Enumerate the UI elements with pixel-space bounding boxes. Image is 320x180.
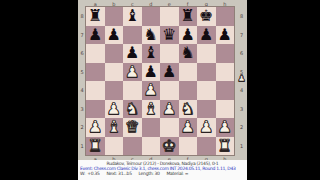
rank-label: 3 bbox=[78, 100, 86, 119]
square-h5[interactable] bbox=[216, 63, 235, 82]
square-a5[interactable] bbox=[86, 63, 105, 82]
black-knight: ♞ bbox=[144, 26, 158, 45]
square-h8[interactable] bbox=[216, 7, 235, 26]
square-d8[interactable] bbox=[142, 7, 161, 26]
square-e1[interactable]: ♚ bbox=[160, 137, 179, 156]
square-f6[interactable]: ♞ bbox=[179, 44, 198, 63]
white-king: ♚ bbox=[162, 137, 176, 156]
square-f2[interactable]: ♟ bbox=[179, 118, 198, 137]
white-pawn: ♟ bbox=[162, 100, 176, 119]
white-rook: ♜ bbox=[88, 137, 102, 156]
square-d7[interactable]: ♞ bbox=[142, 26, 161, 45]
white-pawn: ♟ bbox=[199, 118, 213, 137]
white-knight: ♞ bbox=[181, 100, 195, 119]
square-g4[interactable] bbox=[197, 81, 216, 100]
white-queen: ♛ bbox=[125, 118, 139, 137]
rank-label: 7 bbox=[240, 26, 247, 45]
square-b8[interactable] bbox=[105, 7, 124, 26]
square-f5[interactable] bbox=[179, 63, 198, 82]
chess-app-window: abcdefgh abcdefgh 87654321 87654321 ♜♝♜♚… bbox=[78, 0, 247, 180]
white-bishop: ♝ bbox=[144, 100, 158, 119]
video-frame: abcdefgh abcdefgh 87654321 87654321 ♜♝♜♚… bbox=[0, 0, 320, 180]
white-pawn: ♟ bbox=[88, 118, 102, 137]
square-f4[interactable] bbox=[179, 81, 198, 100]
black-bishop: ♝ bbox=[144, 44, 158, 63]
white-pawn: ♟ bbox=[107, 100, 121, 119]
black-bishop: ♝ bbox=[125, 7, 139, 26]
square-h3[interactable] bbox=[216, 100, 235, 119]
square-c4[interactable] bbox=[123, 81, 142, 100]
square-e6[interactable] bbox=[160, 44, 179, 63]
black-knight: ♞ bbox=[181, 44, 195, 63]
white-bishop: ♝ bbox=[107, 118, 121, 137]
square-a1[interactable]: ♜ bbox=[86, 137, 105, 156]
square-f3[interactable]: ♞ bbox=[179, 100, 198, 119]
square-f7[interactable]: ♟ bbox=[179, 26, 198, 45]
rank-label: 5 bbox=[78, 63, 86, 82]
square-b2[interactable]: ♝ bbox=[105, 118, 124, 137]
square-d3[interactable]: ♝ bbox=[142, 100, 161, 119]
rank-label: 2 bbox=[240, 118, 247, 137]
white-pawn: ♟ bbox=[181, 118, 195, 137]
square-a4[interactable] bbox=[86, 81, 105, 100]
square-e7[interactable]: ♛ bbox=[160, 26, 179, 45]
white-pawn: ♟ bbox=[125, 63, 139, 82]
black-pawn: ♟ bbox=[107, 26, 121, 45]
square-d2[interactable] bbox=[142, 118, 161, 137]
white-pawn-icon: ♟ bbox=[237, 73, 245, 83]
square-c5[interactable]: ♟ bbox=[123, 63, 142, 82]
square-g2[interactable]: ♟ bbox=[197, 118, 216, 137]
square-e4[interactable] bbox=[160, 81, 179, 100]
rank-label: 2 bbox=[78, 118, 86, 137]
white-rook: ♜ bbox=[218, 137, 232, 156]
rank-label: 1 bbox=[240, 137, 247, 156]
square-c2[interactable]: ♛ bbox=[123, 118, 142, 137]
square-d4[interactable]: ♟ bbox=[142, 81, 161, 100]
black-pawn: ♟ bbox=[144, 63, 158, 82]
square-e5[interactable]: ♟ bbox=[160, 63, 179, 82]
square-d5[interactable]: ♟ bbox=[142, 63, 161, 82]
file-label: e bbox=[160, 1, 179, 7]
black-rook: ♜ bbox=[88, 7, 102, 26]
square-a8[interactable]: ♜ bbox=[86, 7, 105, 26]
black-king: ♚ bbox=[199, 7, 213, 26]
side-to-move-indicator: ♟ bbox=[235, 66, 248, 84]
square-g1[interactable] bbox=[197, 137, 216, 156]
square-b6[interactable] bbox=[105, 44, 124, 63]
square-g6[interactable] bbox=[197, 44, 216, 63]
black-pawn: ♟ bbox=[162, 63, 176, 82]
square-f8[interactable]: ♜ bbox=[179, 7, 198, 26]
square-f1[interactable] bbox=[179, 137, 198, 156]
rank-label: 1 bbox=[78, 137, 86, 156]
rank-label: 4 bbox=[78, 81, 86, 100]
square-b3[interactable]: ♟ bbox=[105, 100, 124, 119]
rank-label: 8 bbox=[78, 7, 86, 26]
square-c6[interactable]: ♟ bbox=[123, 44, 142, 63]
square-h2[interactable]: ♟ bbox=[216, 118, 235, 137]
black-pawn: ♟ bbox=[218, 26, 232, 45]
file-label: b bbox=[105, 1, 124, 7]
square-h1[interactable]: ♜ bbox=[216, 137, 235, 156]
square-h6[interactable] bbox=[216, 44, 235, 63]
square-b1[interactable] bbox=[105, 137, 124, 156]
game-info-panel: Rudakov, Teimour (2212) - Donskova, Nadi… bbox=[78, 160, 247, 180]
square-c7[interactable] bbox=[123, 26, 142, 45]
square-a2[interactable]: ♟ bbox=[86, 118, 105, 137]
square-h7[interactable]: ♟ bbox=[216, 26, 235, 45]
rank-label: 7 bbox=[78, 26, 86, 45]
square-g7[interactable]: ♟ bbox=[197, 26, 216, 45]
square-e8[interactable] bbox=[160, 7, 179, 26]
square-d1[interactable] bbox=[142, 137, 161, 156]
square-g5[interactable] bbox=[197, 63, 216, 82]
engine-info: W: +0.35 Next: 31...b5 Length: 30 Materi… bbox=[80, 171, 188, 176]
file-label: h bbox=[216, 1, 235, 7]
rank-label: 6 bbox=[240, 44, 247, 63]
square-a7[interactable]: ♟ bbox=[86, 26, 105, 45]
black-pawn: ♟ bbox=[199, 26, 213, 45]
white-pawn: ♟ bbox=[144, 81, 158, 100]
square-c1[interactable] bbox=[123, 137, 142, 156]
black-rook: ♜ bbox=[181, 7, 195, 26]
square-c3[interactable]: ♞ bbox=[123, 100, 142, 119]
square-b4[interactable] bbox=[105, 81, 124, 100]
square-a3[interactable] bbox=[86, 100, 105, 119]
black-queen: ♛ bbox=[162, 26, 176, 45]
square-d6[interactable]: ♝ bbox=[142, 44, 161, 63]
white-pawn: ♟ bbox=[218, 118, 232, 137]
square-c8[interactable]: ♝ bbox=[123, 7, 142, 26]
square-g3[interactable] bbox=[197, 100, 216, 119]
chess-board: ♜♝♜♚♟♟♞♛♟♟♟♟♝♞♟♟♟♟♟♞♝♟♞♟♝♛♟♟♟♜♚♜ bbox=[86, 7, 234, 155]
square-b7[interactable]: ♟ bbox=[105, 26, 124, 45]
square-a6[interactable] bbox=[86, 44, 105, 63]
rank-label: 8 bbox=[240, 7, 247, 26]
rank-label: 3 bbox=[240, 100, 247, 119]
black-pawn: ♟ bbox=[88, 26, 102, 45]
white-knight: ♞ bbox=[125, 100, 139, 119]
square-h4[interactable] bbox=[216, 81, 235, 100]
square-g8[interactable]: ♚ bbox=[197, 7, 216, 26]
square-b5[interactable] bbox=[105, 63, 124, 82]
square-e2[interactable] bbox=[160, 118, 179, 137]
black-pawn: ♟ bbox=[125, 44, 139, 63]
black-pawn: ♟ bbox=[181, 26, 195, 45]
rank-labels-left: 87654321 bbox=[78, 7, 86, 155]
file-label: d bbox=[142, 1, 161, 7]
square-e3[interactable]: ♟ bbox=[160, 100, 179, 119]
rank-label: 6 bbox=[78, 44, 86, 63]
